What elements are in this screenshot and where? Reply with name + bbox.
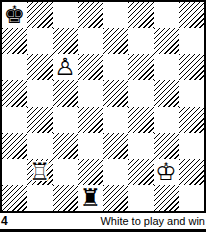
square-a8[interactable]: ♚♚ [2,2,27,28]
square-g1[interactable] [154,185,179,211]
square-c2[interactable] [53,159,78,185]
square-h3[interactable] [179,133,204,159]
square-g4[interactable] [154,107,179,133]
square-b2[interactable]: ♜♖ [27,159,52,185]
square-g6[interactable] [154,54,179,80]
chess-diagram: ♚♚♟♙♜♖♚♔♜♜ 4 White to play and win [0,0,206,232]
piece-black-rook-d1[interactable]: ♜ [78,185,103,211]
square-e6[interactable] [103,54,128,80]
square-e8[interactable] [103,2,128,28]
square-a6[interactable] [2,54,27,80]
square-h7[interactable] [179,28,204,54]
square-f8[interactable] [128,2,153,28]
square-b5[interactable] [27,80,52,106]
square-g8[interactable] [154,2,179,28]
square-b8[interactable] [27,2,52,28]
square-f7[interactable] [128,28,153,54]
square-c7[interactable] [53,28,78,54]
square-b7[interactable] [27,28,52,54]
square-h8[interactable] [179,2,204,28]
square-a4[interactable] [2,107,27,133]
square-h6[interactable] [179,54,204,80]
black-rook-halo: ♜ [78,185,103,211]
square-c5[interactable] [53,80,78,106]
square-g5[interactable] [154,80,179,106]
square-c8[interactable] [53,2,78,28]
bottom-rule [0,229,206,232]
square-c3[interactable] [53,133,78,159]
square-f6[interactable] [128,54,153,80]
piece-white-king-g2[interactable]: ♔ [154,159,179,185]
square-h5[interactable] [179,80,204,106]
square-g7[interactable] [154,28,179,54]
square-e4[interactable] [103,107,128,133]
square-a5[interactable] [2,80,27,106]
square-g3[interactable] [154,133,179,159]
square-f2[interactable] [128,159,153,185]
piece-white-rook-b2[interactable]: ♖ [27,159,52,185]
square-f3[interactable] [128,133,153,159]
white-king-halo: ♚ [154,159,179,185]
black-king-halo: ♚ [2,2,27,28]
caption-bar: 4 White to play and win [0,213,206,229]
square-d1[interactable]: ♜♜ [78,185,103,211]
chess-board: ♚♚♟♙♜♖♚♔♜♜ [0,0,206,213]
square-e1[interactable] [103,185,128,211]
square-b4[interactable] [27,107,52,133]
square-e5[interactable] [103,80,128,106]
square-h2[interactable] [179,159,204,185]
piece-white-pawn-c6[interactable]: ♙ [53,54,78,80]
square-d2[interactable] [78,159,103,185]
square-a2[interactable] [2,159,27,185]
square-c4[interactable] [53,107,78,133]
square-d4[interactable] [78,107,103,133]
square-e7[interactable] [103,28,128,54]
square-f1[interactable] [128,185,153,211]
square-g2[interactable]: ♚♔ [154,159,179,185]
square-d7[interactable] [78,28,103,54]
square-d3[interactable] [78,133,103,159]
square-f5[interactable] [128,80,153,106]
square-d5[interactable] [78,80,103,106]
square-a3[interactable] [2,133,27,159]
square-c6[interactable]: ♟♙ [53,54,78,80]
square-b3[interactable] [27,133,52,159]
square-a7[interactable] [2,28,27,54]
square-e3[interactable] [103,133,128,159]
square-h4[interactable] [179,107,204,133]
square-e2[interactable] [103,159,128,185]
square-f4[interactable] [128,107,153,133]
square-a1[interactable] [2,185,27,211]
diagram-number: 4 [1,214,8,228]
white-rook-halo: ♜ [27,159,52,185]
white-pawn-halo: ♟ [53,54,78,80]
caption-text: White to play and win [100,215,205,227]
square-b1[interactable] [27,185,52,211]
square-b6[interactable] [27,54,52,80]
piece-black-king-a8[interactable]: ♚ [2,2,27,28]
square-d8[interactable] [78,2,103,28]
square-d6[interactable] [78,54,103,80]
square-h1[interactable] [179,185,204,211]
square-c1[interactable] [53,185,78,211]
